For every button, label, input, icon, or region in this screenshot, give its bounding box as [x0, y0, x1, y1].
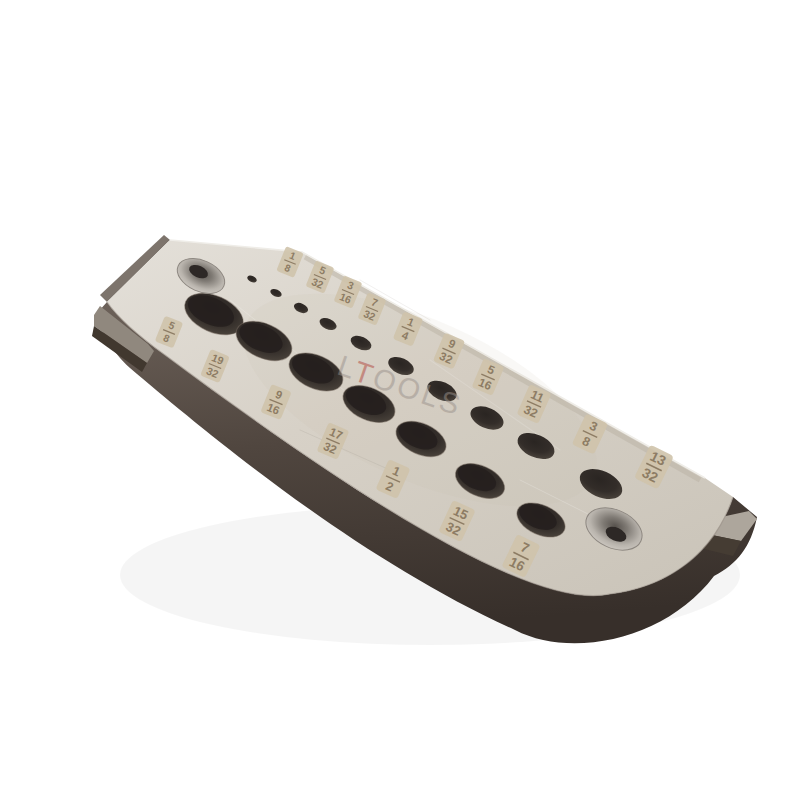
photo-canvas: 1 8 5 32 3 16 7 32 1 4 9 32 5 16 [0, 0, 800, 800]
product-photo: 1 8 5 32 3 16 7 32 1 4 9 32 5 16 [0, 0, 800, 800]
